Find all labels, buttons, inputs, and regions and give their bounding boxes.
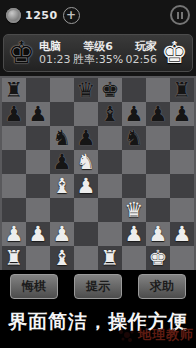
black-knight-piece: ♞ [53,126,72,150]
square-h1[interactable] [170,246,194,270]
square-b4[interactable] [26,174,50,198]
square-d7[interactable] [74,102,98,126]
square-a2[interactable]: ♟ [2,222,26,246]
white-player-clock: 02:56 [125,53,157,66]
square-e4[interactable] [98,174,122,198]
square-e6[interactable] [98,126,122,150]
black-pawn-piece: ♟ [173,102,192,126]
square-d1[interactable] [74,246,98,270]
square-f1[interactable] [122,246,146,270]
square-f6[interactable]: ♞ [122,126,146,150]
white-king-icon: ♚ [161,36,188,70]
square-g4[interactable] [146,174,170,198]
square-b1[interactable] [26,246,50,270]
square-c7[interactable] [50,102,74,126]
square-e3[interactable] [98,198,122,222]
white-pawn-piece: ♟ [149,222,168,246]
winrate-label: 胜率:35% [73,53,123,66]
white-queen-piece: ♛ [125,198,144,222]
square-g3[interactable] [146,198,170,222]
black-pawn-piece: ♟ [29,102,48,126]
add-coins-button[interactable]: + [63,7,80,24]
square-f3[interactable]: ♛ [122,198,146,222]
black-rook-piece: ♜ [5,78,24,102]
square-e8[interactable]: ♚ [98,78,122,102]
square-c8[interactable] [50,78,74,102]
square-a1[interactable]: ♜ [2,246,26,270]
square-f4[interactable] [122,174,146,198]
square-a3[interactable] [2,198,26,222]
square-d3[interactable] [74,198,98,222]
white-king-piece: ♚ [149,246,168,270]
square-c1[interactable]: ♝ [50,246,74,270]
square-g8[interactable] [146,78,170,102]
black-player-clock: 01:23 [39,53,71,66]
black-pawn-piece: ♟ [125,102,144,126]
white-rook-piece: ♜ [101,246,120,270]
black-pawn-piece: ♟ [5,102,24,126]
square-h4[interactable] [170,174,194,198]
square-h3[interactable] [170,198,194,222]
square-b3[interactable] [26,198,50,222]
square-e5[interactable] [98,150,122,174]
watermark-text: 地理教师 [138,326,194,344]
square-a6[interactable] [2,126,26,150]
black-bishop-piece: ♝ [101,102,120,126]
square-e7[interactable]: ♝ [98,102,122,126]
square-h7[interactable]: ♟ [170,102,194,126]
undo-button[interactable]: 悔棋 [10,274,58,299]
black-queen-piece: ♛ [77,78,96,102]
black-player-name: 电脑 [39,40,61,53]
white-bishop-piece: ♝ [53,174,72,198]
black-pawn-piece: ♟ [149,102,168,126]
square-d6[interactable]: ♟ [74,126,98,150]
white-player-name: 玩家 [135,40,157,53]
white-pawn-piece: ♟ [29,222,48,246]
white-pawn-piece: ♟ [125,222,144,246]
black-knight-piece: ♞ [125,126,144,150]
coin-icon [6,8,21,23]
square-d4[interactable]: ♟ [74,174,98,198]
square-c5[interactable]: ♟ [50,150,74,174]
black-pawn-piece: ♟ [53,150,72,174]
black-king-icon: ♚ [8,36,35,70]
square-a5[interactable] [2,150,26,174]
square-g5[interactable] [146,150,170,174]
square-b5[interactable] [26,150,50,174]
white-rook-piece: ♜ [5,246,24,270]
square-d2[interactable] [74,222,98,246]
square-a8[interactable]: ♜ [2,78,26,102]
black-pawn-piece: ♟ [77,126,96,150]
square-d5[interactable]: ♞ [74,150,98,174]
square-g2[interactable]: ♟ [146,222,170,246]
square-c4[interactable]: ♝ [50,174,74,198]
square-h8[interactable]: ♜ [170,78,194,102]
watermark: 地理教师 [117,326,194,344]
square-b8[interactable] [26,78,50,102]
player-info-bar: ♚ 电脑 01:23 等级6 胜率:35% 玩家 02:56 ♚ [3,34,193,72]
square-f7[interactable]: ♟ [122,102,146,126]
watermark-map-icon [117,328,137,344]
square-b6[interactable] [26,126,50,150]
black-rook-piece: ♜ [173,78,192,102]
chess-board[interactable]: ♜♛♚♜♟♟♝♟♟♟♞♟♞♟♞♝♟♛♟♟♟♟♟♟♜♝♜♚ [0,76,196,272]
action-button-row: 悔棋 提示 求助 [0,270,196,299]
square-b2[interactable]: ♟ [26,222,50,246]
square-h5[interactable] [170,150,194,174]
help-button[interactable]: 求助 [138,274,186,299]
pause-icon [181,12,183,19]
square-c6[interactable]: ♞ [50,126,74,150]
pause-button[interactable] [170,5,190,25]
square-h6[interactable] [170,126,194,150]
square-h2[interactable]: ♟ [170,222,194,246]
square-e1[interactable]: ♜ [98,246,122,270]
square-f2[interactable]: ♟ [122,222,146,246]
square-g7[interactable]: ♟ [146,102,170,126]
square-f8[interactable] [122,78,146,102]
top-bar: 1250 + [0,0,196,28]
square-b7[interactable]: ♟ [26,102,50,126]
square-g6[interactable] [146,126,170,150]
square-c3[interactable] [50,198,74,222]
hint-button[interactable]: 提示 [74,274,122,299]
black-king-piece: ♚ [101,78,120,102]
ai-level-label: 等级6 [83,40,113,53]
square-a7[interactable]: ♟ [2,102,26,126]
white-pawn-piece: ♟ [5,222,24,246]
square-c2[interactable]: ♟ [50,222,74,246]
white-pawn-piece: ♟ [173,222,192,246]
square-e2[interactable] [98,222,122,246]
white-pawn-piece: ♟ [53,222,72,246]
coin-count: 1250 [25,9,58,22]
pause-icon [177,12,179,19]
bottom-panel: 悔棋 提示 求助 界面简洁，操作方便 地理教师 [0,270,196,348]
square-f5[interactable] [122,150,146,174]
square-d8[interactable]: ♛ [74,78,98,102]
square-a4[interactable] [2,174,26,198]
white-bishop-piece: ♝ [53,246,72,270]
chess-app-screen: { "game": "chess", "position": "r2qk2r/p… [0,0,196,348]
square-g1[interactable]: ♚ [146,246,170,270]
white-pawn-piece: ♟ [77,174,96,198]
white-knight-piece: ♞ [77,150,96,174]
